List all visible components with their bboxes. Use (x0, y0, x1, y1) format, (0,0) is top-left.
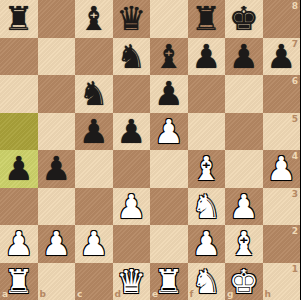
square-e5[interactable]: ♟ (150, 113, 188, 151)
black-pawn[interactable]: ♟ (191, 38, 221, 76)
square-g5[interactable] (225, 113, 263, 151)
square-b8[interactable] (38, 0, 76, 38)
white-bishop[interactable]: ♝ (229, 225, 259, 263)
square-d1[interactable]: ♛d (113, 263, 151, 300)
white-pawn[interactable]: ♟ (116, 188, 146, 226)
white-pawn[interactable]: ♟ (79, 225, 109, 263)
white-pawn[interactable]: ♟ (191, 225, 221, 263)
square-a2[interactable]: ♟ (0, 225, 38, 263)
rank-label-2: 2 (292, 227, 298, 236)
square-c5[interactable]: ♟ (75, 113, 113, 151)
square-d4[interactable] (113, 150, 151, 188)
square-a3[interactable] (0, 188, 38, 226)
white-king[interactable]: ♚ (229, 263, 259, 300)
square-d6[interactable] (113, 75, 151, 113)
square-f4[interactable]: ♝ (188, 150, 226, 188)
square-c4[interactable] (75, 150, 113, 188)
square-b6[interactable] (38, 75, 76, 113)
square-f1[interactable]: ♞f (188, 263, 226, 300)
black-rook[interactable]: ♜ (191, 0, 221, 38)
square-b1[interactable]: b (38, 263, 76, 300)
square-h5[interactable]: 5 (263, 113, 301, 151)
square-a8[interactable]: ♜ (0, 0, 38, 38)
square-e1[interactable]: ♜e (150, 263, 188, 300)
square-g7[interactable]: ♟ (225, 38, 263, 76)
file-label-c: c (77, 290, 82, 299)
white-knight[interactable]: ♞ (191, 188, 221, 226)
square-d7[interactable]: ♞ (113, 38, 151, 76)
square-g6[interactable] (225, 75, 263, 113)
square-e7[interactable]: ♝ (150, 38, 188, 76)
rank-label-8: 8 (292, 2, 298, 11)
square-d3[interactable]: ♟ (113, 188, 151, 226)
square-f3[interactable]: ♞ (188, 188, 226, 226)
white-knight[interactable]: ♞ (191, 263, 221, 300)
white-pawn[interactable]: ♟ (266, 150, 296, 188)
square-b2[interactable]: ♟ (38, 225, 76, 263)
square-e6[interactable]: ♟ (150, 75, 188, 113)
white-queen[interactable]: ♛ (116, 263, 146, 300)
black-pawn[interactable]: ♟ (154, 75, 184, 113)
square-h2[interactable]: 2 (263, 225, 301, 263)
square-f7[interactable]: ♟ (188, 38, 226, 76)
square-c7[interactable] (75, 38, 113, 76)
square-d2[interactable] (113, 225, 151, 263)
square-g3[interactable]: ♟ (225, 188, 263, 226)
square-c8[interactable]: ♝ (75, 0, 113, 38)
square-e4[interactable] (150, 150, 188, 188)
square-h8[interactable]: 8 (263, 0, 301, 38)
square-a7[interactable] (0, 38, 38, 76)
square-e2[interactable] (150, 225, 188, 263)
square-g4[interactable] (225, 150, 263, 188)
rank-label-6: 6 (292, 77, 298, 86)
white-rook[interactable]: ♜ (4, 263, 34, 300)
square-d8[interactable]: ♛ (113, 0, 151, 38)
black-knight[interactable]: ♞ (79, 75, 109, 113)
square-f6[interactable] (188, 75, 226, 113)
black-bishop[interactable]: ♝ (79, 0, 109, 38)
black-pawn[interactable]: ♟ (229, 38, 259, 76)
square-a5[interactable] (0, 113, 38, 151)
square-c2[interactable]: ♟ (75, 225, 113, 263)
square-a6[interactable] (0, 75, 38, 113)
white-rook[interactable]: ♜ (154, 263, 184, 300)
black-bishop[interactable]: ♝ (154, 38, 184, 76)
square-a1[interactable]: ♜a (0, 263, 38, 300)
square-h1[interactable]: 1h (263, 263, 301, 300)
square-h4[interactable]: ♟4 (263, 150, 301, 188)
black-king[interactable]: ♚ (229, 0, 259, 38)
chess-board: ♜♝♛♜♚8♞♝♟♟♟7♞♟6♟♟♟5♟♟♝♟4♟♞♟3♟♟♟♟♝2♜abc♛d… (0, 0, 300, 300)
square-h3[interactable]: 3 (263, 188, 301, 226)
square-f2[interactable]: ♟ (188, 225, 226, 263)
white-bishop[interactable]: ♝ (191, 150, 221, 188)
black-pawn[interactable]: ♟ (116, 113, 146, 151)
square-d5[interactable]: ♟ (113, 113, 151, 151)
square-a4[interactable]: ♟ (0, 150, 38, 188)
square-f8[interactable]: ♜ (188, 0, 226, 38)
rank-label-3: 3 (292, 190, 298, 199)
square-b3[interactable] (38, 188, 76, 226)
rank-label-1: 1 (292, 265, 298, 274)
square-g1[interactable]: ♚g (225, 263, 263, 300)
square-c1[interactable]: c (75, 263, 113, 300)
file-label-b: b (40, 290, 46, 299)
square-b7[interactable] (38, 38, 76, 76)
square-c6[interactable]: ♞ (75, 75, 113, 113)
black-knight[interactable]: ♞ (116, 38, 146, 76)
square-f5[interactable] (188, 113, 226, 151)
white-pawn[interactable]: ♟ (4, 225, 34, 263)
square-b5[interactable] (38, 113, 76, 151)
square-e3[interactable] (150, 188, 188, 226)
black-pawn[interactable]: ♟ (41, 150, 71, 188)
black-pawn[interactable]: ♟ (79, 113, 109, 151)
square-b4[interactable]: ♟ (38, 150, 76, 188)
square-h6[interactable]: 6 (263, 75, 301, 113)
black-rook[interactable]: ♜ (4, 0, 34, 38)
square-c3[interactable] (75, 188, 113, 226)
rank-label-5: 5 (292, 115, 298, 124)
square-e8[interactable] (150, 0, 188, 38)
white-pawn[interactable]: ♟ (41, 225, 71, 263)
file-label-h: h (265, 290, 271, 299)
square-h7[interactable]: ♟7 (263, 38, 301, 76)
black-pawn[interactable]: ♟ (266, 38, 296, 76)
black-queen[interactable]: ♛ (116, 0, 146, 38)
black-pawn[interactable]: ♟ (4, 150, 34, 188)
square-g2[interactable]: ♝ (225, 225, 263, 263)
white-pawn[interactable]: ♟ (154, 113, 184, 151)
white-pawn[interactable]: ♟ (229, 188, 259, 226)
square-g8[interactable]: ♚ (225, 0, 263, 38)
